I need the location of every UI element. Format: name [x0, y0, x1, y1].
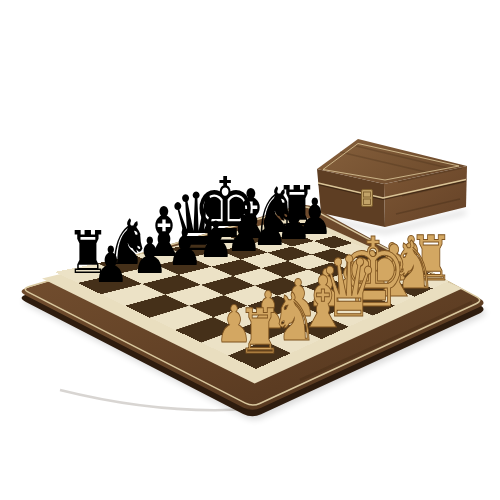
- chess-set-product-photo: ♜♞♟♝♟♚♟♛♟♝♟♞♟♟♜♟♟♜♟♟♞♟♝♚♟♛♟♝♟♞♟♜: [0, 0, 500, 500]
- storage-box: [317, 139, 467, 227]
